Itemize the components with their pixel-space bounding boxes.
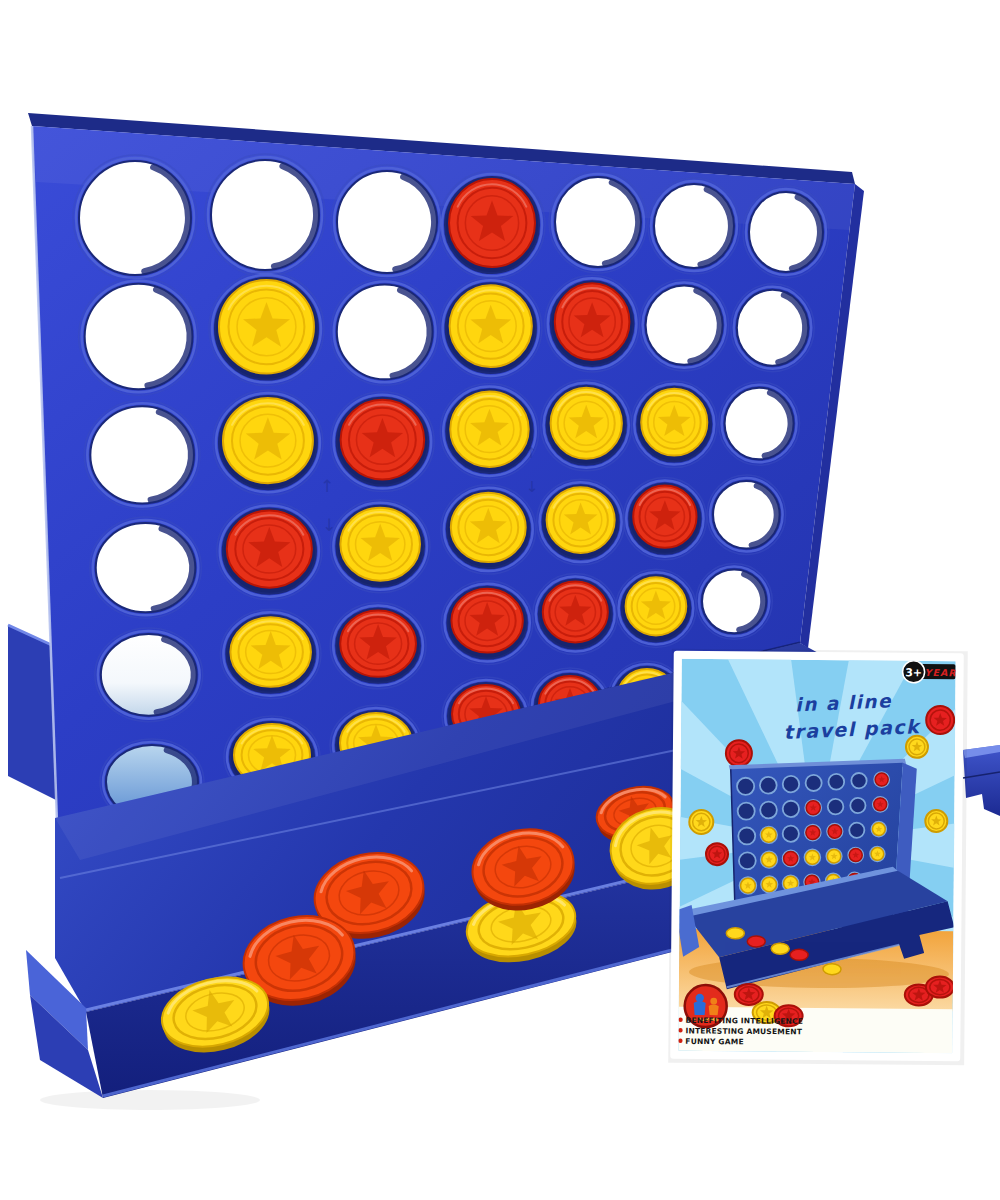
board-disc-red (623, 477, 706, 559)
mini-disc-yellow (870, 847, 885, 862)
mini-hole (783, 776, 800, 793)
card-disc-yellow (689, 810, 713, 834)
board-hole-empty (648, 178, 740, 274)
arrow-up-icon: ↑ (320, 476, 334, 496)
mini-disc-yellow (804, 849, 820, 865)
board-disc-red (330, 602, 426, 688)
board-hole-empty (73, 155, 197, 281)
board-disc-red (441, 581, 532, 665)
mini-disc-red (873, 797, 888, 812)
tray-back-left-corner (8, 625, 56, 800)
board-disc-red (217, 502, 322, 599)
board-hole-empty (79, 278, 199, 396)
board-hole-empty (743, 186, 829, 278)
bullet-icon (678, 1028, 682, 1032)
arrow-down-icon: ↓ (526, 478, 539, 496)
card-disc-red (735, 984, 763, 1005)
mini-hole (783, 801, 799, 817)
mini-hole (828, 799, 844, 815)
board-hole-empty (331, 278, 439, 385)
mini-hole (783, 826, 799, 842)
board-disc-yellow (537, 479, 625, 565)
card-disc-yellow (906, 736, 928, 758)
mini-disc-yellow (871, 822, 886, 837)
board-hole-empty (95, 628, 203, 722)
mini-tray-disc-red (747, 936, 765, 947)
age-text: 3+ (905, 666, 922, 679)
mini-disc-red (848, 848, 863, 863)
mini-disc-red (874, 772, 889, 787)
mini-disc-red (805, 800, 821, 816)
feature-item: INTERESTING AMUSEMENT (685, 1026, 802, 1036)
board-hole-empty (84, 400, 200, 509)
mini-tray-disc-yellow (771, 943, 789, 954)
mini-hole (738, 803, 755, 820)
card-disc-red (726, 740, 752, 766)
product-photo: ↑ ↓ ↑ ↓ (0, 0, 1000, 1200)
mini-tray-disc-yellow (823, 964, 841, 975)
mini-disc-red (827, 824, 843, 840)
mini-hole (849, 823, 864, 838)
board-hole-empty (205, 154, 325, 276)
mini-disc-yellow (760, 826, 777, 843)
mini-hole (737, 778, 754, 795)
mini-hole (850, 798, 865, 813)
board-disc-yellow (441, 485, 536, 574)
card-title-line1: in a line (795, 690, 893, 715)
mini-disc-yellow (740, 877, 757, 894)
board-disc-red (533, 574, 618, 655)
board-hole-empty (640, 279, 729, 370)
mini-disc-red (783, 850, 799, 866)
board-disc-yellow (616, 569, 697, 647)
board-hole-empty (549, 171, 647, 273)
board-disc-red (545, 275, 640, 372)
mini-tray-disc-red (790, 949, 808, 960)
arrow-down-icon: ↓ (322, 515, 336, 535)
board-hole-empty (707, 475, 786, 555)
board-disc-yellow (213, 390, 323, 495)
board-hole-empty (331, 165, 443, 279)
board-hole-empty (90, 517, 202, 618)
board-disc-red (439, 171, 545, 279)
board-disc-yellow (541, 380, 632, 471)
mini-hole (760, 802, 777, 819)
board-disc-yellow (440, 277, 542, 379)
card-disc-red (926, 976, 954, 997)
feature-item: FUNNY GAME (685, 1037, 743, 1047)
board-disc-yellow (209, 272, 324, 386)
board-disc-yellow (330, 500, 430, 593)
card-disc-red (706, 843, 728, 865)
card-disc-red (926, 706, 954, 734)
mini-disc-yellow (826, 848, 842, 864)
bullet-icon (678, 1018, 682, 1022)
mini-hole (828, 774, 844, 790)
board-disc-yellow (631, 381, 717, 468)
board-disc-yellow (440, 384, 538, 479)
mini-hole (851, 773, 867, 789)
player-figure-orange (710, 998, 717, 1005)
tray-right-notch (963, 745, 1000, 816)
mini-hole (738, 827, 755, 844)
board-hole-empty (696, 563, 772, 639)
board-disc-yellow (220, 609, 321, 699)
mini-disc-yellow (761, 851, 778, 868)
board-hole-empty (731, 284, 814, 372)
connect-four-scene: ↑ ↓ ↑ ↓ (0, 0, 1000, 1200)
bullet-icon (678, 1039, 682, 1043)
feature-item: BENEFITING INTELLIGENCE (686, 1016, 804, 1026)
mini-tray-disc-yellow (726, 928, 744, 939)
mini-hole (806, 775, 822, 791)
arrow-up-icon: ↑ (525, 444, 538, 462)
player-figure-blue (696, 994, 704, 1002)
mini-disc-yellow (761, 876, 777, 892)
mini-disc-red (805, 825, 821, 841)
mini-hole (760, 777, 777, 794)
card-disc-yellow (925, 810, 947, 832)
board-disc-red (331, 392, 435, 492)
board-hole-empty (719, 382, 800, 466)
mini-hole (739, 852, 756, 869)
